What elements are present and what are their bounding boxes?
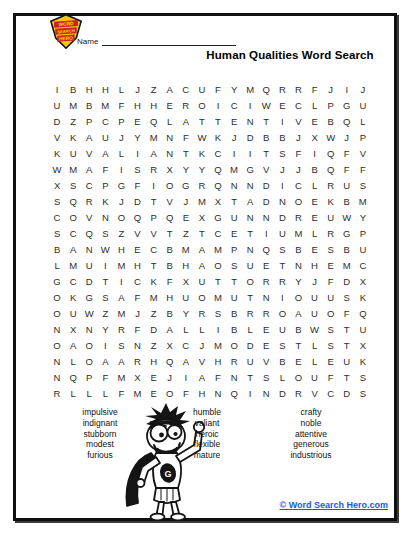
grid-cell-r20c15: D — [274, 386, 290, 402]
grid-cell-r5c10: K — [194, 146, 210, 162]
grid-cell-r2c14: W — [258, 98, 274, 114]
grid-cell-r9c1: C — [49, 210, 65, 226]
grid-cell-r3c12: E — [226, 114, 242, 130]
grid-cell-r6c1: W — [49, 162, 65, 178]
grid-cell-r5c13: I — [242, 146, 258, 162]
grid-cell-r14c15: I — [274, 290, 290, 306]
grid-cell-r14c16: O — [290, 290, 306, 306]
grid-cell-r15c15: O — [274, 306, 290, 322]
grid-cell-r5c14: T — [258, 146, 274, 162]
grid-cell-r1c8: A — [162, 82, 178, 98]
grid-cell-r18c5: A — [113, 354, 129, 370]
grid-cell-r2c13: I — [242, 98, 258, 114]
grid-cell-r8c17: E — [307, 194, 323, 210]
grid-cell-r7c10: R — [194, 178, 210, 194]
grid-cell-r7c9: G — [178, 178, 194, 194]
grid-cell-r16c1: N — [49, 322, 65, 338]
grid-cell-r14c11: M — [210, 290, 226, 306]
grid-cell-r4c19: J — [339, 130, 355, 146]
grid-cell-r7c18: R — [323, 178, 339, 194]
grid-cell-r7c13: N — [242, 178, 258, 194]
grid-cell-r16c14: E — [258, 322, 274, 338]
grid-cell-r12c9: H — [178, 258, 194, 274]
grid-cell-r3c8: L — [162, 114, 178, 130]
grid-cell-r1c3: H — [81, 82, 97, 98]
grid-cell-r5c12: I — [226, 146, 242, 162]
grid-cell-r10c8: T — [162, 226, 178, 242]
grid-cell-r15c11: S — [210, 306, 226, 322]
grid-cell-r12c15: T — [274, 258, 290, 274]
grid-cell-r14c18: U — [323, 290, 339, 306]
grid-cell-r19c16: O — [290, 370, 306, 386]
grid-cell-r3c5: P — [113, 114, 129, 130]
grid-cell-r8c13: A — [242, 194, 258, 210]
grid-cell-r16c4: Y — [97, 322, 113, 338]
grid-cell-r12c18: E — [323, 258, 339, 274]
grid-cell-r17c18: S — [323, 338, 339, 354]
grid-cell-r9c9: E — [178, 210, 194, 226]
word-item-furious: furious — [40, 450, 160, 461]
grid-cell-r15c3: W — [81, 306, 97, 322]
grid-cell-r3c2: Z — [65, 114, 81, 130]
grid-cell-r19c5: M — [113, 370, 129, 386]
grid-cell-r20c17: V — [307, 386, 323, 402]
grid-cell-r4c4: U — [97, 130, 113, 146]
grid-cell-r11c12: P — [226, 242, 242, 258]
letter-grid: IBHHLJZACUFYMQRRFJIJUMBMFHHEROICIWECLPGU… — [49, 82, 371, 402]
word-item-modest: modest — [40, 439, 160, 450]
grid-cell-r14c12: U — [226, 290, 242, 306]
grid-cell-r14c5: A — [113, 290, 129, 306]
grid-cell-r20c7: E — [146, 386, 162, 402]
grid-cell-r5c5: L — [113, 146, 129, 162]
grid-cell-r3c1: D — [49, 114, 65, 130]
grid-cell-r15c7: Z — [146, 306, 162, 322]
grid-cell-r10c10: T — [194, 226, 210, 242]
grid-cell-r8c7: T — [146, 194, 162, 210]
grid-cell-r7c6: F — [129, 178, 145, 194]
grid-cell-r5c15: S — [274, 146, 290, 162]
grid-cell-r4c6: Y — [129, 130, 145, 146]
grid-cell-r10c15: U — [274, 226, 290, 242]
grid-cell-r2c5: F — [113, 98, 129, 114]
grid-cell-r17c14: E — [258, 338, 274, 354]
grid-cell-r19c20: S — [355, 370, 371, 386]
grid-cell-r19c11: F — [210, 370, 226, 386]
grid-cell-r1c19: I — [339, 82, 355, 98]
grid-cell-r18c15: B — [274, 354, 290, 370]
grid-cell-r17c5: S — [113, 338, 129, 354]
grid-cell-r16c16: B — [290, 322, 306, 338]
grid-cell-r5c16: F — [290, 146, 306, 162]
grid-cell-r9c5: O — [113, 210, 129, 226]
grid-cell-r8c15: N — [274, 194, 290, 210]
word-item-valiant: valiant — [147, 418, 267, 429]
grid-cell-r9c2: O — [65, 210, 81, 226]
grid-cell-r15c20: Q — [355, 306, 371, 322]
grid-cell-r12c12: S — [226, 258, 242, 274]
grid-cell-r19c14: S — [258, 370, 274, 386]
grid-cell-r6c4: F — [97, 162, 113, 178]
grid-cell-r10c19: G — [339, 226, 355, 242]
grid-cell-r18c20: K — [355, 354, 371, 370]
grid-cell-r4c1: V — [49, 130, 65, 146]
grid-cell-r9c6: Q — [129, 210, 145, 226]
grid-cell-r15c16: A — [290, 306, 306, 322]
grid-cell-r2c9: R — [178, 98, 194, 114]
grid-cell-r18c7: H — [146, 354, 162, 370]
grid-cell-r13c12: T — [226, 274, 242, 290]
grid-cell-r3c10: T — [194, 114, 210, 130]
grid-cell-r18c19: U — [339, 354, 355, 370]
grid-cell-r19c15: L — [274, 370, 290, 386]
grid-cell-r2c3: B — [81, 98, 97, 114]
grid-cell-r12c13: U — [242, 258, 258, 274]
grid-cell-r13c14: R — [258, 274, 274, 290]
grid-cell-r15c6: J — [129, 306, 145, 322]
grid-cell-r20c9: F — [178, 386, 194, 402]
grid-cell-r8c6: D — [129, 194, 145, 210]
grid-cell-r20c10: H — [194, 386, 210, 402]
grid-cell-r7c7: I — [146, 178, 162, 194]
word-column-3: craftynobleattentivegenerousindustrious — [251, 407, 371, 461]
grid-cell-r18c4: A — [97, 354, 113, 370]
grid-cell-r7c14: D — [258, 178, 274, 194]
grid-cell-r4c18: W — [323, 130, 339, 146]
grid-cell-r10c2: C — [65, 226, 81, 242]
grid-cell-r20c2: L — [65, 386, 81, 402]
grid-cell-r10c7: V — [146, 226, 162, 242]
grid-cell-r5c18: Q — [323, 146, 339, 162]
grid-cell-r5c17: I — [307, 146, 323, 162]
grid-cell-r11c18: S — [323, 242, 339, 258]
grid-cell-r16c3: N — [81, 322, 97, 338]
grid-cell-r7c5: G — [113, 178, 129, 194]
logo-text-hero: HERO — [59, 35, 73, 41]
grid-cell-r16c19: T — [339, 322, 355, 338]
grid-cell-r10c13: T — [242, 226, 258, 242]
grid-cell-r14c1: O — [49, 290, 65, 306]
grid-cell-r11c13: N — [242, 242, 258, 258]
grid-cell-r16c8: A — [162, 322, 178, 338]
grid-cell-r18c3: O — [81, 354, 97, 370]
grid-cell-r15c14: R — [258, 306, 274, 322]
grid-cell-r14c6: F — [129, 290, 145, 306]
grid-cell-r10c18: R — [323, 226, 339, 242]
grid-cell-r4c12: J — [226, 130, 242, 146]
grid-cell-r1c4: H — [97, 82, 113, 98]
grid-cell-r17c15: S — [274, 338, 290, 354]
grid-cell-r19c2: Q — [65, 370, 81, 386]
grid-cell-r6c17: B — [307, 162, 323, 178]
grid-cell-r3c3: P — [81, 114, 97, 130]
grid-cell-r20c3: L — [81, 386, 97, 402]
grid-cell-r4c2: K — [65, 130, 81, 146]
grid-cell-r8c14: D — [258, 194, 274, 210]
grid-cell-r6c14: V — [258, 162, 274, 178]
grid-cell-r17c20: X — [355, 338, 371, 354]
grid-cell-r20c18: C — [323, 386, 339, 402]
grid-cell-r10c6: V — [129, 226, 145, 242]
grid-cell-r15c10: R — [194, 306, 210, 322]
grid-cell-r5c8: N — [162, 146, 178, 162]
grid-cell-r11c15: S — [274, 242, 290, 258]
grid-cell-r5c3: V — [81, 146, 97, 162]
grid-cell-r7c15: I — [274, 178, 290, 194]
grid-cell-r6c20: F — [355, 162, 371, 178]
grid-cell-r12c1: L — [49, 258, 65, 274]
word-column-1: impulsiveindignantstubbornmodestfurious — [40, 407, 160, 461]
grid-cell-r5c9: T — [178, 146, 194, 162]
grid-cell-r2c12: C — [226, 98, 242, 114]
word-item-indignant: indignant — [40, 418, 160, 429]
grid-cell-r13c20: X — [355, 274, 371, 290]
grid-cell-r16c6: F — [129, 322, 145, 338]
grid-cell-r12c7: T — [146, 258, 162, 274]
grid-cell-r16c20: U — [355, 322, 371, 338]
grid-cell-r2c19: G — [339, 98, 355, 114]
grid-cell-r19c4: F — [97, 370, 113, 386]
grid-cell-r4c11: K — [210, 130, 226, 146]
grid-cell-r4c7: M — [146, 130, 162, 146]
grid-cell-r7c4: P — [97, 178, 113, 194]
grid-cell-r20c20: S — [355, 386, 371, 402]
footer-link[interactable]: © Word Search Hero.com — [230, 500, 388, 510]
grid-cell-r15c8: B — [162, 306, 178, 322]
grid-cell-r9c19: W — [339, 210, 355, 226]
grid-cell-r13c7: K — [146, 274, 162, 290]
grid-cell-r13c4: T — [97, 274, 113, 290]
grid-cell-r17c8: X — [162, 338, 178, 354]
grid-cell-r9c13: N — [242, 210, 258, 226]
grid-cell-r17c17: L — [307, 338, 323, 354]
grid-cell-r15c19: F — [339, 306, 355, 322]
grid-cell-r6c8: X — [162, 162, 178, 178]
grid-cell-r4c20: P — [355, 130, 371, 146]
grid-cell-r2c2: M — [65, 98, 81, 114]
grid-cell-r8c1: S — [49, 194, 65, 210]
emblem-letter: G — [164, 469, 171, 479]
grid-cell-r7c16: C — [290, 178, 306, 194]
grid-cell-r12c19: M — [339, 258, 355, 274]
grid-cell-r8c5: J — [113, 194, 129, 210]
grid-cell-r8c10: M — [194, 194, 210, 210]
word-item-flexible: flexible — [147, 439, 267, 450]
grid-cell-r17c12: O — [226, 338, 242, 354]
grid-cell-r10c11: C — [210, 226, 226, 242]
grid-cell-r6c19: F — [339, 162, 355, 178]
grid-cell-r1c7: Z — [146, 82, 162, 98]
grid-cell-r18c17: L — [307, 354, 323, 370]
grid-cell-r16c11: I — [210, 322, 226, 338]
grid-cell-r15c2: U — [65, 306, 81, 322]
word-item-crafty: crafty — [251, 407, 371, 418]
grid-cell-r18c6: R — [129, 354, 145, 370]
page-title: Human Qualities Word Search — [193, 49, 387, 61]
grid-cell-r1c10: U — [194, 82, 210, 98]
grid-cell-r18c14: V — [258, 354, 274, 370]
grid-cell-r17c16: T — [290, 338, 306, 354]
grid-cell-r1c12: Y — [226, 82, 242, 98]
grid-cell-r16c12: B — [226, 322, 242, 338]
grid-cell-r14c14: N — [258, 290, 274, 306]
grid-cell-r2c8: E — [162, 98, 178, 114]
grid-cell-r9c15: D — [274, 210, 290, 226]
grid-cell-r1c9: C — [178, 82, 194, 98]
name-blank-line — [102, 34, 236, 46]
grid-cell-r3c14: T — [258, 114, 274, 130]
grid-cell-r17c9: C — [178, 338, 194, 354]
grid-cell-r14c7: M — [146, 290, 162, 306]
grid-cell-r11c1: B — [49, 242, 65, 258]
grid-cell-r4c13: D — [242, 130, 258, 146]
grid-cell-r19c17: U — [307, 370, 323, 386]
grid-cell-r9c20: Y — [355, 210, 371, 226]
grid-cell-r14c19: S — [339, 290, 355, 306]
grid-cell-r19c12: N — [226, 370, 242, 386]
grid-cell-r14c20: K — [355, 290, 371, 306]
grid-cell-r5c20: V — [355, 146, 371, 162]
grid-cell-r6c15: J — [274, 162, 290, 178]
grid-cell-r19c7: E — [146, 370, 162, 386]
grid-cell-r8c11: X — [210, 194, 226, 210]
grid-cell-r17c10: J — [194, 338, 210, 354]
grid-cell-r19c10: A — [194, 370, 210, 386]
grid-cell-r10c9: Z — [178, 226, 194, 242]
grid-cell-r4c16: J — [290, 130, 306, 146]
grid-cell-r11c19: B — [339, 242, 355, 258]
grid-cell-r6c3: A — [81, 162, 97, 178]
grid-cell-r13c1: G — [49, 274, 65, 290]
grid-cell-r9c10: X — [194, 210, 210, 226]
grid-cell-r12c14: E — [258, 258, 274, 274]
grid-cell-r3c9: A — [178, 114, 194, 130]
grid-cell-r4c3: A — [81, 130, 97, 146]
grid-cell-r16c17: W — [307, 322, 323, 338]
word-column-2: humblevaliantheroicflexiblemature — [147, 407, 267, 461]
grid-cell-r19c13: T — [242, 370, 258, 386]
grid-cell-r7c3: C — [81, 178, 97, 194]
grid-cell-r1c18: J — [323, 82, 339, 98]
grid-cell-r3c20: L — [355, 114, 371, 130]
grid-cell-r6c2: M — [65, 162, 81, 178]
grid-cell-r3c17: E — [307, 114, 323, 130]
grid-cell-r18c13: U — [242, 354, 258, 370]
grid-cell-r6c5: I — [113, 162, 129, 178]
grid-cell-r12c20: C — [355, 258, 371, 274]
grid-cell-r2c20: U — [355, 98, 371, 114]
grid-cell-r16c13: L — [242, 322, 258, 338]
grid-cell-r2c18: P — [323, 98, 339, 114]
left-hand — [137, 479, 145, 487]
grid-cell-r1c17: F — [307, 82, 323, 98]
grid-cell-r4c15: B — [274, 130, 290, 146]
grid-cell-r11c3: N — [81, 242, 97, 258]
grid-cell-r17c19: T — [339, 338, 355, 354]
grid-cell-r14c13: T — [242, 290, 258, 306]
grid-cell-r14c17: U — [307, 290, 323, 306]
grid-cell-r18c1: N — [49, 354, 65, 370]
grid-cell-r13c6: C — [129, 274, 145, 290]
word-item-mature: mature — [147, 450, 267, 461]
grid-cell-r18c2: L — [65, 354, 81, 370]
grid-cell-r17c3: O — [81, 338, 97, 354]
grid-cell-r6c10: Y — [194, 162, 210, 178]
grid-cell-r9c17: E — [307, 210, 323, 226]
grid-cell-r19c18: F — [323, 370, 339, 386]
grid-cell-r4c14: B — [258, 130, 274, 146]
grid-cell-r19c9: I — [178, 370, 194, 386]
grid-cell-r11c4: W — [97, 242, 113, 258]
grid-cell-r13c19: D — [339, 274, 355, 290]
grid-cell-r2c11: I — [210, 98, 226, 114]
word-item-humble: humble — [147, 407, 267, 418]
word-item-stubborn: stubborn — [40, 429, 160, 440]
grid-cell-r11c9: M — [178, 242, 194, 258]
grid-cell-r10c16: M — [290, 226, 306, 242]
grid-cell-r16c9: L — [178, 322, 194, 338]
grid-cell-r9c16: R — [290, 210, 306, 226]
grid-cell-r20c11: N — [210, 386, 226, 402]
grid-cell-r18c8: Q — [162, 354, 178, 370]
grid-cell-r18c16: E — [290, 354, 306, 370]
grid-cell-r7c19: U — [339, 178, 355, 194]
grid-cell-r14c9: U — [178, 290, 194, 306]
grid-cell-r9c14: N — [258, 210, 274, 226]
grid-cell-r19c3: P — [81, 370, 97, 386]
grid-cell-r13c17: J — [307, 274, 323, 290]
grid-cell-r12c6: H — [129, 258, 145, 274]
grid-cell-r14c10: O — [194, 290, 210, 306]
grid-cell-r8c18: K — [323, 194, 339, 210]
grid-cell-r11c2: A — [65, 242, 81, 258]
word-item-generous: generous — [251, 439, 371, 450]
grid-cell-r11c17: E — [307, 242, 323, 258]
grid-cell-r12c8: B — [162, 258, 178, 274]
grid-cell-r6c6: S — [129, 162, 145, 178]
grid-cell-r12c5: M — [113, 258, 129, 274]
left-shoe — [151, 514, 165, 521]
grid-cell-r13c11: T — [210, 274, 226, 290]
grid-cell-r5c19: F — [339, 146, 355, 162]
grid-cell-r20c16: R — [290, 386, 306, 402]
grid-cell-r3c7: Q — [146, 114, 162, 130]
worksheet-page: WORD SEARCH HERO Name Human Qualities Wo… — [0, 0, 416, 539]
grid-cell-r16c7: D — [146, 322, 162, 338]
grid-cell-r1c15: R — [274, 82, 290, 98]
grid-cell-r7c12: N — [226, 178, 242, 194]
grid-cell-r7c11: Q — [210, 178, 226, 194]
grid-cell-r2c17: L — [307, 98, 323, 114]
grid-cell-r6c9: Y — [178, 162, 194, 178]
grid-cell-r10c20: P — [355, 226, 371, 242]
grid-cell-r11c16: B — [290, 242, 306, 258]
grid-cell-r16c18: S — [323, 322, 339, 338]
grid-cell-r6c12: M — [226, 162, 242, 178]
grid-cell-r15c18: O — [323, 306, 339, 322]
grid-cell-r17c2: A — [65, 338, 81, 354]
grid-cell-r10c4: S — [97, 226, 113, 242]
grid-cell-r2c1: U — [49, 98, 65, 114]
grid-cell-r5c11: C — [210, 146, 226, 162]
grid-cell-r5c1: K — [49, 146, 65, 162]
grid-cell-r11c20: U — [355, 242, 371, 258]
grid-cell-r17c4: I — [97, 338, 113, 354]
grid-cell-r3c6: E — [129, 114, 145, 130]
grid-cell-r17c1: O — [49, 338, 65, 354]
grid-cell-r5c4: A — [97, 146, 113, 162]
grid-cell-r13c5: I — [113, 274, 129, 290]
